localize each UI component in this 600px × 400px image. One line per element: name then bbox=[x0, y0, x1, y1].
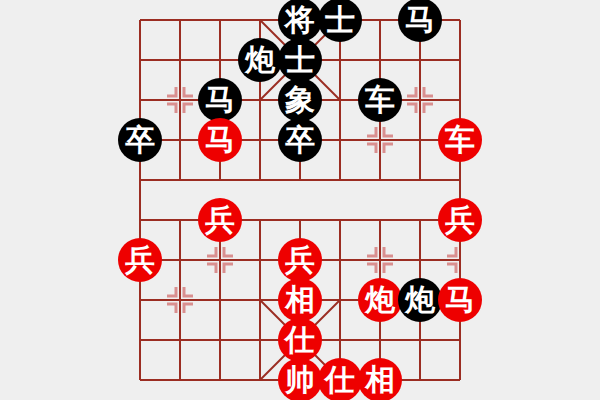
point-6-6[interactable] bbox=[360, 240, 400, 280]
point-6-4[interactable] bbox=[360, 160, 400, 200]
piece-red-advisor[interactable]: 仕 bbox=[318, 358, 362, 400]
point-8-2[interactable] bbox=[440, 80, 480, 120]
point-2-6[interactable] bbox=[200, 240, 240, 280]
point-1-1[interactable] bbox=[160, 40, 200, 80]
point-4-1[interactable]: 士 bbox=[280, 40, 320, 80]
point-3-4[interactable] bbox=[240, 160, 280, 200]
point-0-0[interactable] bbox=[120, 0, 160, 40]
point-3-9[interactable] bbox=[240, 360, 280, 400]
point-4-6[interactable]: 兵 bbox=[280, 240, 320, 280]
point-1-7[interactable] bbox=[160, 280, 200, 320]
piece-black-horse[interactable]: 马 bbox=[398, 0, 442, 42]
point-3-7[interactable] bbox=[240, 280, 280, 320]
point-2-7[interactable] bbox=[200, 280, 240, 320]
piece-black-general[interactable]: 将 bbox=[278, 0, 322, 42]
piece-black-chariot[interactable]: 车 bbox=[358, 78, 402, 122]
point-6-7[interactable]: 炮 bbox=[360, 280, 400, 320]
point-6-0[interactable] bbox=[360, 0, 400, 40]
point-0-2[interactable] bbox=[120, 80, 160, 120]
point-1-2[interactable] bbox=[160, 80, 200, 120]
point-5-2[interactable] bbox=[320, 80, 360, 120]
point-7-1[interactable] bbox=[400, 40, 440, 80]
point-8-4[interactable] bbox=[440, 160, 480, 200]
point-2-2[interactable]: 马 bbox=[200, 80, 240, 120]
point-6-2[interactable]: 车 bbox=[360, 80, 400, 120]
point-4-4[interactable] bbox=[280, 160, 320, 200]
point-4-8[interactable]: 仕 bbox=[280, 320, 320, 360]
piece-red-elephant[interactable]: 相 bbox=[278, 278, 322, 322]
piece-red-elephant[interactable]: 相 bbox=[358, 358, 402, 400]
piece-black-cannon[interactable]: 炮 bbox=[238, 38, 282, 82]
point-8-0[interactable] bbox=[440, 0, 480, 40]
piece-black-horse[interactable]: 马 bbox=[198, 78, 242, 122]
xiangqi-board[interactable]: 将士马炮士马象车卒马卒车兵兵兵兵相炮炮马仕帅仕相 bbox=[120, 0, 480, 400]
point-2-5[interactable]: 兵 bbox=[200, 200, 240, 240]
point-1-9[interactable] bbox=[160, 360, 200, 400]
piece-black-advisor[interactable]: 士 bbox=[318, 0, 362, 42]
piece-black-soldier[interactable]: 卒 bbox=[278, 118, 322, 162]
piece-red-chariot[interactable]: 车 bbox=[438, 118, 482, 162]
point-4-3[interactable]: 卒 bbox=[280, 120, 320, 160]
point-8-6[interactable] bbox=[440, 240, 480, 280]
point-2-3[interactable]: 马 bbox=[200, 120, 240, 160]
point-8-3[interactable]: 车 bbox=[440, 120, 480, 160]
point-7-9[interactable] bbox=[400, 360, 440, 400]
point-3-3[interactable] bbox=[240, 120, 280, 160]
point-0-5[interactable] bbox=[120, 200, 160, 240]
point-0-1[interactable] bbox=[120, 40, 160, 80]
point-1-4[interactable] bbox=[160, 160, 200, 200]
point-5-8[interactable] bbox=[320, 320, 360, 360]
point-0-6[interactable]: 兵 bbox=[120, 240, 160, 280]
piece-black-elephant[interactable]: 象 bbox=[278, 78, 322, 122]
point-5-6[interactable] bbox=[320, 240, 360, 280]
point-6-1[interactable] bbox=[360, 40, 400, 80]
point-0-8[interactable] bbox=[120, 320, 160, 360]
piece-red-soldier[interactable]: 兵 bbox=[118, 238, 162, 282]
piece-red-advisor[interactable]: 仕 bbox=[278, 318, 322, 362]
point-8-7[interactable]: 马 bbox=[440, 280, 480, 320]
point-3-6[interactable] bbox=[240, 240, 280, 280]
point-7-5[interactable] bbox=[400, 200, 440, 240]
point-6-5[interactable] bbox=[360, 200, 400, 240]
point-4-2[interactable]: 象 bbox=[280, 80, 320, 120]
point-7-6[interactable] bbox=[400, 240, 440, 280]
point-6-3[interactable] bbox=[360, 120, 400, 160]
point-0-9[interactable] bbox=[120, 360, 160, 400]
point-8-5[interactable]: 兵 bbox=[440, 200, 480, 240]
point-1-8[interactable] bbox=[160, 320, 200, 360]
point-2-9[interactable] bbox=[200, 360, 240, 400]
point-3-2[interactable] bbox=[240, 80, 280, 120]
point-0-7[interactable] bbox=[120, 280, 160, 320]
point-2-1[interactable] bbox=[200, 40, 240, 80]
piece-red-cannon[interactable]: 炮 bbox=[358, 278, 402, 322]
point-5-5[interactable] bbox=[320, 200, 360, 240]
point-7-8[interactable] bbox=[400, 320, 440, 360]
point-3-8[interactable] bbox=[240, 320, 280, 360]
point-3-1[interactable]: 炮 bbox=[240, 40, 280, 80]
piece-black-cannon[interactable]: 炮 bbox=[398, 278, 442, 322]
point-5-4[interactable] bbox=[320, 160, 360, 200]
point-1-6[interactable] bbox=[160, 240, 200, 280]
point-8-1[interactable] bbox=[440, 40, 480, 80]
xiangqi-board-screen: 将士马炮士马象车卒马卒车兵兵兵兵相炮炮马仕帅仕相 bbox=[0, 0, 600, 400]
piece-black-soldier[interactable]: 卒 bbox=[118, 118, 162, 162]
point-3-0[interactable] bbox=[240, 0, 280, 40]
point-8-9[interactable] bbox=[440, 360, 480, 400]
point-5-9[interactable]: 仕 bbox=[320, 360, 360, 400]
piece-red-general[interactable]: 帅 bbox=[278, 358, 322, 400]
point-0-3[interactable]: 卒 bbox=[120, 120, 160, 160]
point-7-3[interactable] bbox=[400, 120, 440, 160]
piece-red-soldier[interactable]: 兵 bbox=[438, 198, 482, 242]
piece-red-soldier[interactable]: 兵 bbox=[198, 198, 242, 242]
point-2-8[interactable] bbox=[200, 320, 240, 360]
point-8-8[interactable] bbox=[440, 320, 480, 360]
point-6-9[interactable]: 相 bbox=[360, 360, 400, 400]
point-3-5[interactable] bbox=[240, 200, 280, 240]
point-7-4[interactable] bbox=[400, 160, 440, 200]
point-7-7[interactable]: 炮 bbox=[400, 280, 440, 320]
point-4-0[interactable]: 将 bbox=[280, 0, 320, 40]
point-7-0[interactable]: 马 bbox=[400, 0, 440, 40]
piece-red-soldier[interactable]: 兵 bbox=[278, 238, 322, 282]
point-5-7[interactable] bbox=[320, 280, 360, 320]
point-4-7[interactable]: 相 bbox=[280, 280, 320, 320]
point-6-8[interactable] bbox=[360, 320, 400, 360]
point-4-5[interactable] bbox=[280, 200, 320, 240]
point-5-3[interactable] bbox=[320, 120, 360, 160]
point-5-0[interactable]: 士 bbox=[320, 0, 360, 40]
point-1-3[interactable] bbox=[160, 120, 200, 160]
point-1-5[interactable] bbox=[160, 200, 200, 240]
point-2-4[interactable] bbox=[200, 160, 240, 200]
point-5-1[interactable] bbox=[320, 40, 360, 80]
point-2-0[interactable] bbox=[200, 0, 240, 40]
piece-red-horse[interactable]: 马 bbox=[198, 118, 242, 162]
point-7-2[interactable] bbox=[400, 80, 440, 120]
point-4-9[interactable]: 帅 bbox=[280, 360, 320, 400]
piece-red-horse[interactable]: 马 bbox=[438, 278, 482, 322]
point-0-4[interactable] bbox=[120, 160, 160, 200]
piece-black-advisor[interactable]: 士 bbox=[278, 38, 322, 82]
point-1-0[interactable] bbox=[160, 0, 200, 40]
